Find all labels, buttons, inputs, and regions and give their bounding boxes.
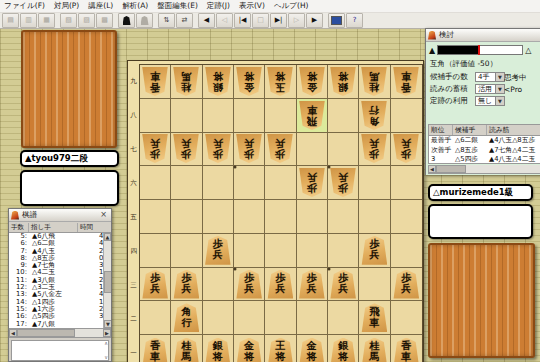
sente-info-tray xyxy=(20,170,119,206)
menu-item-8[interactable]: ヘルプ(H) xyxy=(274,1,309,11)
rank-label-四: 四 xyxy=(128,234,139,268)
piece-角行-2二[interactable]: 角行 xyxy=(173,303,199,332)
piece-香車-9一[interactable]: 香車 xyxy=(393,338,419,362)
setting-row-2: 読みの蓄積活用▼ xyxy=(430,83,505,94)
piece-歩兵-6六[interactable]: 歩兵 xyxy=(299,168,325,197)
square-2三[interactable]: 歩兵 xyxy=(171,268,202,302)
square-7一[interactable]: 銀将 xyxy=(328,335,359,362)
piece-玉将-5九[interactable]: 玉将 xyxy=(267,67,293,96)
piece-銀将-7九[interactable]: 銀将 xyxy=(330,67,356,96)
square-9九[interactable]: 香車 xyxy=(391,65,422,99)
flip-board-icon[interactable]: ⇅ xyxy=(158,13,175,28)
piece-歩兵-4三[interactable]: 歩兵 xyxy=(236,270,262,299)
piece-銀将-7一[interactable]: 銀将 xyxy=(330,338,356,362)
piece-歩兵-2七[interactable]: 歩兵 xyxy=(173,134,199,163)
board-grid: 香車桂馬銀将金将玉将金将銀将桂馬香車飛車角行歩兵歩兵歩兵歩兵歩兵歩兵歩兵歩兵歩兵… xyxy=(139,64,423,362)
shogi-board: 九八七六五四三二一 香車桂馬銀将金将玉将金将銀将桂馬香車飛車角行歩兵歩兵歩兵歩兵… xyxy=(127,60,424,362)
piece-桂馬-2九[interactable]: 桂馬 xyxy=(173,67,199,96)
piece-歩兵-2三[interactable]: 歩兵 xyxy=(173,270,199,299)
scroll-right-icon[interactable]: ▶ xyxy=(103,329,111,337)
square-3二[interactable] xyxy=(203,301,234,335)
candidate-table: 順位 候補手 読み筋 最善手△6二銀▲4八玉△8五歩次善手△8五歩▲7七角△4二… xyxy=(428,124,540,164)
square-6五[interactable] xyxy=(297,200,328,234)
scroll-thumb[interactable] xyxy=(436,165,466,173)
piece-歩兵-3七[interactable]: 歩兵 xyxy=(205,134,231,163)
square-6九[interactable]: 金将 xyxy=(297,65,328,99)
chevron-down-icon[interactable]: ▼ xyxy=(495,85,504,93)
square-9五[interactable] xyxy=(391,200,422,234)
scroll-up-icon[interactable]: ▲ xyxy=(104,233,111,241)
square-3一[interactable]: 銀将 xyxy=(203,335,234,362)
candidate-line: ▲7七角△4二玉 xyxy=(487,146,540,156)
rank-labels: 九八七六五四三二一 xyxy=(128,64,139,362)
candidate-move: △6二銀 xyxy=(453,136,487,146)
print-icon[interactable]: ▧ xyxy=(60,13,77,28)
piece-歩兵-4七[interactable]: 歩兵 xyxy=(236,134,262,163)
piece-飛車-6八[interactable]: 飛車 xyxy=(299,101,325,130)
square-3六[interactable] xyxy=(203,166,234,200)
toolbar: ▤▥▦▧▨▩⇅⇄◀◁|◀□▶|▷▶? xyxy=(0,13,540,29)
candidate-row-3[interactable]: 3△5四歩▲4八玉△4二玉 xyxy=(429,155,540,164)
square-9七[interactable]: 歩兵 xyxy=(391,133,422,167)
piece-王将-5一[interactable]: 王将 xyxy=(267,338,293,362)
piece-桂馬-2一[interactable]: 桂馬 xyxy=(173,338,199,362)
candidate-rank: 3 xyxy=(429,155,453,164)
square-9八[interactable] xyxy=(391,99,422,133)
menu-item-5[interactable]: 盤面編集(E) xyxy=(157,1,198,11)
comment-scroll-down-icon[interactable]: ∨ xyxy=(104,355,108,360)
rank-label-一: 一 xyxy=(128,336,139,362)
square-3七[interactable]: 歩兵 xyxy=(203,133,234,167)
analysis-title: 検討 xyxy=(439,30,540,40)
chevron-down-icon[interactable]: ▼ xyxy=(495,97,504,105)
paste-icon[interactable]: ▩ xyxy=(96,13,113,28)
square-9四[interactable] xyxy=(391,234,422,268)
piece-香車-1一[interactable]: 香車 xyxy=(142,338,168,362)
scroll-thumb[interactable] xyxy=(104,271,111,293)
square-8七[interactable]: 歩兵 xyxy=(359,133,390,167)
forward-10-moves-icon[interactable]: ▷ xyxy=(288,13,305,28)
square-5一[interactable]: 王将 xyxy=(265,335,296,362)
square-7三[interactable]: 歩兵 xyxy=(328,268,359,302)
square-9一[interactable]: 香車 xyxy=(391,335,422,362)
scroll-track xyxy=(75,329,103,337)
square-7八[interactable] xyxy=(328,99,359,133)
square-4八[interactable] xyxy=(234,99,265,133)
dropdown-1[interactable]: 4手▼ xyxy=(475,72,505,82)
square-8九[interactable]: 桂馬 xyxy=(359,65,390,99)
square-5九[interactable]: 玉将 xyxy=(265,65,296,99)
dropdown-3[interactable]: 無し▼ xyxy=(475,96,505,106)
square-3四[interactable]: 歩兵 xyxy=(203,234,234,268)
analysis-window: 検討 × ▲ △ 互角（評価値 -50） 候補手の数4手▼読みの蓄積活用▼定跡の… xyxy=(425,28,540,175)
square-2八[interactable] xyxy=(171,99,202,133)
piece-歩兵-3四[interactable]: 歩兵 xyxy=(205,236,231,265)
square-2九[interactable]: 桂馬 xyxy=(171,65,202,99)
evaluation-bar-marker xyxy=(478,45,480,55)
square-4五[interactable] xyxy=(234,200,265,234)
square-5二[interactable] xyxy=(265,301,296,335)
piece-歩兵-5七[interactable]: 歩兵 xyxy=(267,134,293,163)
copy-icon[interactable]: ▨ xyxy=(78,13,95,28)
piece-歩兵-1七[interactable]: 歩兵 xyxy=(142,134,168,163)
gote-nameplate: △murizemede1級 xyxy=(428,184,533,201)
piece-角行-8八[interactable]: 角行 xyxy=(361,101,387,130)
scroll-down-icon[interactable]: ▼ xyxy=(104,320,111,328)
setting-label: 読みの蓄積 xyxy=(430,84,472,94)
move-number: 17: xyxy=(9,321,29,328)
square-4六[interactable] xyxy=(234,166,265,200)
square-7六[interactable]: 歩兵 xyxy=(328,166,359,200)
rotate-board-icon[interactable]: ⇄ xyxy=(176,13,193,28)
square-8四[interactable]: 歩兵 xyxy=(359,234,390,268)
col-rank: 順位 xyxy=(429,125,453,135)
kifu-col-movenum: 手数 xyxy=(9,223,29,232)
engine-status-text: 思考中 xyxy=(504,73,527,83)
square-1二[interactable] xyxy=(140,301,171,335)
gote-mark: △ xyxy=(525,46,531,55)
piece-桂馬-8一[interactable]: 桂馬 xyxy=(361,338,387,362)
dropdown-value: 無し xyxy=(476,96,495,106)
piece-金将-4九[interactable]: 金将 xyxy=(236,67,262,96)
piece-歩兵-5三[interactable]: 歩兵 xyxy=(267,270,293,299)
star-point xyxy=(328,268,331,271)
candidate-rank: 次善手 xyxy=(429,146,453,156)
square-2五[interactable] xyxy=(171,200,202,234)
kifu-header: 手数 指し手 時間 xyxy=(9,222,111,233)
square-8二[interactable]: 飛車 xyxy=(359,301,390,335)
step-forward-icon[interactable]: ▶| xyxy=(270,13,287,28)
square-3八[interactable] xyxy=(203,99,234,133)
star-point xyxy=(328,166,331,169)
edit-piece-icon[interactable] xyxy=(136,13,153,28)
kifu-col-time: 時間 xyxy=(78,223,111,232)
square-1四[interactable] xyxy=(140,234,171,268)
piece-金将-6九[interactable]: 金将 xyxy=(299,67,325,96)
star-point xyxy=(233,268,236,271)
kifu-titlebar[interactable]: 棋譜 × xyxy=(9,209,111,222)
square-2六[interactable] xyxy=(171,166,202,200)
jump-to-start-icon[interactable]: ◀ xyxy=(198,13,215,28)
piece-銀将-3九[interactable]: 銀将 xyxy=(205,67,231,96)
rank-label-二: 二 xyxy=(128,302,139,336)
square-6六[interactable]: 歩兵 xyxy=(297,166,328,200)
piece-歩兵-9三[interactable]: 歩兵 xyxy=(393,270,419,299)
square-4三[interactable]: 歩兵 xyxy=(234,268,265,302)
square-5六[interactable] xyxy=(265,166,296,200)
comment-scroll-up-icon[interactable]: ∧ xyxy=(104,341,108,346)
piece-歩兵-7三[interactable]: 歩兵 xyxy=(330,270,356,299)
piece-銀将-3一[interactable]: 銀将 xyxy=(205,338,231,362)
setting-label: 候補手の数 xyxy=(430,72,472,82)
square-4七[interactable]: 歩兵 xyxy=(234,133,265,167)
square-1八[interactable] xyxy=(140,99,171,133)
square-5五[interactable] xyxy=(265,200,296,234)
piece-歩兵-7六[interactable]: 歩兵 xyxy=(330,168,356,197)
save-file-icon[interactable]: ▦ xyxy=(38,13,55,28)
square-7九[interactable]: 銀将 xyxy=(328,65,359,99)
monitor-icon[interactable] xyxy=(328,13,345,28)
new-file-icon[interactable]: ▤ xyxy=(2,13,19,28)
rank-label-三: 三 xyxy=(128,268,139,302)
gote-piece-stand[interactable] xyxy=(428,243,535,358)
chevron-down-icon[interactable]: ▼ xyxy=(495,73,504,81)
piece-歩兵-8四[interactable]: 歩兵 xyxy=(361,236,387,265)
candidate-line: ▲4八玉△4二玉 xyxy=(487,155,540,164)
col-line: 読み筋 xyxy=(487,125,540,135)
square-6八[interactable]: 飛車 xyxy=(297,99,328,133)
piece-歩兵-9七[interactable]: 歩兵 xyxy=(393,134,419,163)
square-1三[interactable]: 歩兵 xyxy=(140,268,171,302)
square-1五[interactable] xyxy=(140,200,171,234)
rank-label-五: 五 xyxy=(128,200,139,234)
menu-item-7[interactable]: 表示(V) xyxy=(239,1,265,11)
stop-icon[interactable]: □ xyxy=(252,13,269,28)
square-8一[interactable]: 桂馬 xyxy=(359,335,390,362)
sente-piece-stand[interactable] xyxy=(21,30,117,148)
kifu-move-list[interactable]: 5:▲6八飛4秒6:△6二銀4秒7:▲4八玉2秒8:△8五歩0秒9:▲7七角3秒… xyxy=(9,233,111,329)
square-8八[interactable]: 角行 xyxy=(359,99,390,133)
scroll-thumb[interactable] xyxy=(17,329,75,337)
back-10-moves-icon[interactable]: ◁ xyxy=(216,13,233,28)
evaluation-bar xyxy=(437,45,523,55)
square-7七[interactable] xyxy=(328,133,359,167)
square-6四[interactable] xyxy=(297,234,328,268)
candidate-row-1[interactable]: 最善手△6二銀▲4八玉△8五歩 xyxy=(429,136,540,146)
evaluation-text: 互角（評価値 -50） xyxy=(430,59,497,69)
square-7五[interactable] xyxy=(328,200,359,234)
kifu-title: 棋譜 xyxy=(22,210,95,220)
square-3五[interactable] xyxy=(203,200,234,234)
candidate-row-2[interactable]: 次善手△8五歩▲7七角△4二玉 xyxy=(429,146,540,156)
kifu-window: 棋譜 × 手数 指し手 時間 5:▲6八飛4秒6:△6二銀4秒7:▲4八玉2秒8… xyxy=(8,208,112,362)
analysis-window-icon xyxy=(428,31,436,40)
dropdown-2[interactable]: 活用▼ xyxy=(475,84,505,94)
piece-歩兵-6三[interactable]: 歩兵 xyxy=(299,270,325,299)
col-candidate: 候補手 xyxy=(453,125,487,135)
menu-bar: ファイル(F)対局(P)講座(L)解析(A)盤面編集(E)定跡(J)表示(V)ヘ… xyxy=(0,0,540,13)
menu-item-6[interactable]: 定跡(J) xyxy=(207,1,230,11)
square-6三[interactable]: 歩兵 xyxy=(297,268,328,302)
play-piece-icon[interactable] xyxy=(118,13,135,28)
piece-飛車-8二[interactable]: 飛車 xyxy=(361,303,387,332)
square-6七[interactable] xyxy=(297,133,328,167)
square-9六[interactable] xyxy=(391,166,422,200)
candidate-rank: 最善手 xyxy=(429,136,453,146)
piece-金将-6一[interactable]: 金将 xyxy=(299,338,325,362)
square-3九[interactable]: 銀将 xyxy=(203,65,234,99)
square-7二[interactable] xyxy=(328,301,359,335)
setting-row-3: 定跡の利用無し▼ xyxy=(430,95,505,106)
square-4二[interactable] xyxy=(234,301,265,335)
piece-桂馬-8九[interactable]: 桂馬 xyxy=(361,67,387,96)
kifu-horizontal-scrollbar[interactable]: ◀ ▶ xyxy=(9,329,111,338)
setting-label: 定跡の利用 xyxy=(430,96,472,106)
square-4一[interactable]: 金将 xyxy=(234,335,265,362)
square-8五[interactable] xyxy=(359,200,390,234)
help-icon[interactable]: ? xyxy=(346,13,363,28)
rank-label-九: 九 xyxy=(128,64,139,98)
rank-label-七: 七 xyxy=(128,132,139,166)
kifu-comment-box[interactable]: ∧ ∨ xyxy=(11,340,109,361)
square-3三[interactable] xyxy=(203,268,234,302)
candidate-table-header: 順位 候補手 読み筋 xyxy=(429,125,540,136)
square-2七[interactable]: 歩兵 xyxy=(171,133,202,167)
square-7四[interactable] xyxy=(328,234,359,268)
square-6二[interactable] xyxy=(297,301,328,335)
square-1一[interactable]: 香車 xyxy=(140,335,171,362)
kifu-window-icon xyxy=(11,211,19,220)
move-text: ▲7八銀 xyxy=(29,321,78,328)
square-6一[interactable]: 金将 xyxy=(297,335,328,362)
menu-item-2[interactable]: 対局(P) xyxy=(54,1,79,11)
piece-歩兵-8七[interactable]: 歩兵 xyxy=(361,134,387,163)
open-file-icon[interactable]: ▥ xyxy=(20,13,37,28)
square-1六[interactable] xyxy=(140,166,171,200)
rank-label-八: 八 xyxy=(128,98,139,132)
square-4九[interactable]: 金将 xyxy=(234,65,265,99)
piece-金将-4一[interactable]: 金将 xyxy=(236,338,262,362)
gote-name: △murizemede1級 xyxy=(433,187,513,199)
jump-to-end-icon[interactable]: ▶ xyxy=(306,13,323,28)
sente-name: ▲tyou979二段 xyxy=(25,153,88,165)
evaluation-bar-black xyxy=(438,46,478,54)
setting-row-1: 候補手の数4手▼ xyxy=(430,71,505,82)
menu-item-3[interactable]: 講座(L) xyxy=(88,1,113,11)
kifu-close-icon[interactable]: × xyxy=(98,211,109,219)
kifu-row-17[interactable]: 17:▲7八銀 xyxy=(9,321,111,328)
menu-item-1[interactable]: ファイル(F) xyxy=(4,1,45,11)
square-1七[interactable]: 歩兵 xyxy=(140,133,171,167)
piece-香車-9九[interactable]: 香車 xyxy=(393,67,419,96)
analysis-horizontal-scrollbar[interactable]: ◀ ▶ xyxy=(428,165,540,174)
square-2四[interactable] xyxy=(171,234,202,268)
rank-label-六: 六 xyxy=(128,166,139,200)
engine-name-text: <Pro xyxy=(504,85,522,94)
square-9三[interactable]: 歩兵 xyxy=(391,268,422,302)
star-point xyxy=(233,166,236,169)
square-1九[interactable]: 香車 xyxy=(140,65,171,99)
square-8六[interactable] xyxy=(359,166,390,200)
square-5三[interactable]: 歩兵 xyxy=(265,268,296,302)
square-4四[interactable] xyxy=(234,234,265,268)
kifu-vertical-scrollbar[interactable]: ▲ ▼ xyxy=(103,233,111,328)
scroll-left-icon[interactable]: ◀ xyxy=(428,165,436,173)
square-5八[interactable] xyxy=(265,99,296,133)
sente-nameplate: ▲tyou979二段 xyxy=(20,150,119,167)
square-2一[interactable]: 桂馬 xyxy=(171,335,202,362)
sente-mark: ▲ xyxy=(429,46,435,55)
square-8三[interactable] xyxy=(359,268,390,302)
scroll-track xyxy=(466,165,540,173)
gote-info-tray xyxy=(428,204,533,239)
candidate-move: △5四歩 xyxy=(453,155,487,164)
piece-歩兵-1三[interactable]: 歩兵 xyxy=(142,270,168,299)
evaluation-bar-row: ▲ △ xyxy=(429,45,531,55)
menu-item-4[interactable]: 解析(A) xyxy=(122,1,148,11)
dropdown-value: 活用 xyxy=(476,84,495,94)
dropdown-value: 4手 xyxy=(476,72,495,82)
step-back-icon[interactable]: |◀ xyxy=(234,13,251,28)
square-2二[interactable]: 角行 xyxy=(171,301,202,335)
kifu-col-move: 指し手 xyxy=(29,223,78,232)
candidate-line: ▲4八玉△8五歩 xyxy=(487,136,540,146)
analysis-titlebar[interactable]: 検討 × xyxy=(426,29,540,42)
candidate-move: △8五歩 xyxy=(453,146,487,156)
square-9二[interactable] xyxy=(391,301,422,335)
square-5四[interactable] xyxy=(265,234,296,268)
piece-香車-1九[interactable]: 香車 xyxy=(142,67,168,96)
square-5七[interactable]: 歩兵 xyxy=(265,133,296,167)
scroll-left-icon[interactable]: ◀ xyxy=(9,329,17,337)
